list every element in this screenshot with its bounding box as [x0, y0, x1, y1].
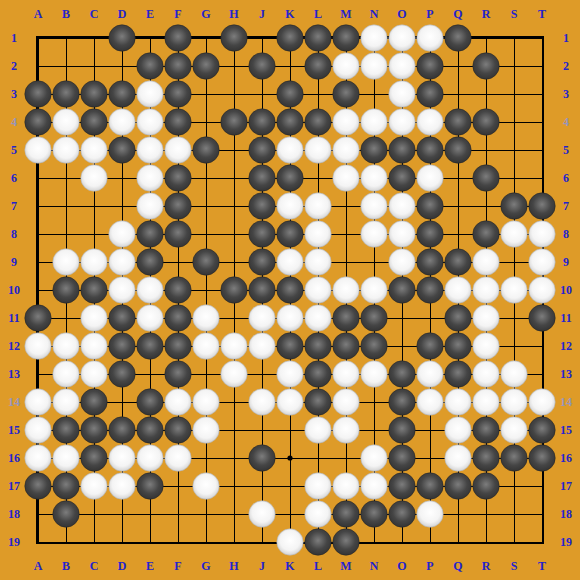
- stone-white-M15[interactable]: [333, 417, 359, 443]
- stone-white-E6[interactable]: [137, 165, 163, 191]
- stone-black-J10[interactable]: [249, 277, 275, 303]
- stone-white-M10[interactable]: [333, 277, 359, 303]
- stone-white-J14[interactable]: [249, 389, 275, 415]
- stone-black-G2[interactable]: [193, 53, 219, 79]
- column-label-bottom-T: T: [538, 559, 546, 573]
- stone-black-N11[interactable]: [361, 305, 387, 331]
- stone-white-P13[interactable]: [417, 361, 443, 387]
- stone-black-E8[interactable]: [137, 221, 163, 247]
- stone-black-F7[interactable]: [165, 193, 191, 219]
- stone-black-F12[interactable]: [165, 333, 191, 359]
- stone-white-P1[interactable]: [417, 25, 443, 51]
- stone-white-N2[interactable]: [361, 53, 387, 79]
- stone-white-L17[interactable]: [305, 473, 331, 499]
- stone-white-J18[interactable]: [249, 501, 275, 527]
- column-label-top-K: K: [285, 7, 295, 21]
- column-label-bottom-S: S: [511, 559, 518, 573]
- column-label-bottom-G: G: [201, 559, 210, 573]
- stone-white-Q10[interactable]: [445, 277, 471, 303]
- stone-black-R15[interactable]: [473, 417, 499, 443]
- column-label-top-D: D: [118, 7, 127, 21]
- stone-white-N10[interactable]: [361, 277, 387, 303]
- stone-black-N18[interactable]: [361, 501, 387, 527]
- stone-white-L15[interactable]: [305, 417, 331, 443]
- stone-black-O6[interactable]: [389, 165, 415, 191]
- stone-white-B9[interactable]: [53, 249, 79, 275]
- stone-black-K10[interactable]: [277, 277, 303, 303]
- stone-black-D13[interactable]: [109, 361, 135, 387]
- stone-white-M5[interactable]: [333, 137, 359, 163]
- stone-black-H4[interactable]: [221, 109, 247, 135]
- stone-white-O7[interactable]: [389, 193, 415, 219]
- stone-black-B3[interactable]: [53, 81, 79, 107]
- stone-white-F14[interactable]: [165, 389, 191, 415]
- stone-black-J9[interactable]: [249, 249, 275, 275]
- stone-black-O10[interactable]: [389, 277, 415, 303]
- stone-black-L13[interactable]: [305, 361, 331, 387]
- stone-black-Q1[interactable]: [445, 25, 471, 51]
- stone-white-A15[interactable]: [25, 417, 51, 443]
- stone-black-R17[interactable]: [473, 473, 499, 499]
- row-label-left-1: 1: [11, 31, 17, 45]
- stone-white-S15[interactable]: [501, 417, 527, 443]
- stone-black-L1[interactable]: [305, 25, 331, 51]
- column-label-bottom-B: B: [62, 559, 70, 573]
- stone-black-Q17[interactable]: [445, 473, 471, 499]
- stone-black-E2[interactable]: [137, 53, 163, 79]
- stone-white-G11[interactable]: [193, 305, 219, 331]
- stone-white-J12[interactable]: [249, 333, 275, 359]
- stone-black-T7[interactable]: [529, 193, 555, 219]
- stone-black-F4[interactable]: [165, 109, 191, 135]
- stone-white-F5[interactable]: [165, 137, 191, 163]
- row-label-right-3: 3: [563, 87, 569, 101]
- row-label-right-6: 6: [563, 171, 569, 185]
- column-label-top-H: H: [229, 7, 239, 21]
- stone-white-P4[interactable]: [417, 109, 443, 135]
- stone-black-P10[interactable]: [417, 277, 443, 303]
- row-label-left-8: 8: [11, 227, 17, 241]
- stone-white-E7[interactable]: [137, 193, 163, 219]
- stone-white-C9[interactable]: [81, 249, 107, 275]
- stone-white-D9[interactable]: [109, 249, 135, 275]
- stone-black-P17[interactable]: [417, 473, 443, 499]
- column-label-top-P: P: [426, 7, 433, 21]
- stone-white-E10[interactable]: [137, 277, 163, 303]
- column-label-bottom-P: P: [426, 559, 433, 573]
- stone-black-E12[interactable]: [137, 333, 163, 359]
- row-label-left-13: 13: [8, 367, 20, 381]
- stone-white-K5[interactable]: [277, 137, 303, 163]
- column-label-bottom-E: E: [146, 559, 154, 573]
- stone-white-R11[interactable]: [473, 305, 499, 331]
- stone-black-C14[interactable]: [81, 389, 107, 415]
- stone-white-D10[interactable]: [109, 277, 135, 303]
- stone-black-J2[interactable]: [249, 53, 275, 79]
- row-label-left-10: 10: [8, 283, 20, 297]
- stone-white-K11[interactable]: [277, 305, 303, 331]
- row-label-left-5: 5: [11, 143, 17, 157]
- stone-white-K9[interactable]: [277, 249, 303, 275]
- stone-black-F13[interactable]: [165, 361, 191, 387]
- stone-black-J6[interactable]: [249, 165, 275, 191]
- stone-white-G17[interactable]: [193, 473, 219, 499]
- stone-black-P9[interactable]: [417, 249, 443, 275]
- stone-white-B12[interactable]: [53, 333, 79, 359]
- stone-white-G15[interactable]: [193, 417, 219, 443]
- stone-black-Q5[interactable]: [445, 137, 471, 163]
- stone-white-G12[interactable]: [193, 333, 219, 359]
- stone-black-A3[interactable]: [25, 81, 51, 107]
- stone-black-Q4[interactable]: [445, 109, 471, 135]
- column-label-top-E: E: [146, 7, 154, 21]
- stone-black-R8[interactable]: [473, 221, 499, 247]
- stone-black-L2[interactable]: [305, 53, 331, 79]
- stone-white-Q15[interactable]: [445, 417, 471, 443]
- stone-white-Q14[interactable]: [445, 389, 471, 415]
- stone-white-B5[interactable]: [53, 137, 79, 163]
- column-label-top-S: S: [511, 7, 518, 21]
- stone-white-N13[interactable]: [361, 361, 387, 387]
- stone-white-E16[interactable]: [137, 445, 163, 471]
- stone-white-L11[interactable]: [305, 305, 331, 331]
- column-label-top-M: M: [340, 7, 351, 21]
- column-label-top-B: B: [62, 7, 70, 21]
- stone-black-C15[interactable]: [81, 417, 107, 443]
- column-label-bottom-N: N: [370, 559, 379, 573]
- stone-black-L19[interactable]: [305, 529, 331, 555]
- stone-white-N4[interactable]: [361, 109, 387, 135]
- stone-white-T14[interactable]: [529, 389, 555, 415]
- column-label-top-A: A: [34, 7, 43, 21]
- stone-black-G9[interactable]: [193, 249, 219, 275]
- stone-black-B18[interactable]: [53, 501, 79, 527]
- stone-white-G14[interactable]: [193, 389, 219, 415]
- stone-white-O1[interactable]: [389, 25, 415, 51]
- column-label-bottom-R: R: [482, 559, 491, 573]
- stone-black-Q11[interactable]: [445, 305, 471, 331]
- stone-black-R4[interactable]: [473, 109, 499, 135]
- column-label-top-J: J: [259, 7, 265, 21]
- stone-white-C12[interactable]: [81, 333, 107, 359]
- stone-black-L12[interactable]: [305, 333, 331, 359]
- stone-black-K8[interactable]: [277, 221, 303, 247]
- row-label-right-10: 10: [560, 283, 572, 297]
- stone-white-L18[interactable]: [305, 501, 331, 527]
- stone-white-R14[interactable]: [473, 389, 499, 415]
- stone-white-K13[interactable]: [277, 361, 303, 387]
- stone-black-R2[interactable]: [473, 53, 499, 79]
- stone-white-L7[interactable]: [305, 193, 331, 219]
- stone-black-A17[interactable]: [25, 473, 51, 499]
- stone-black-O14[interactable]: [389, 389, 415, 415]
- stone-white-Q16[interactable]: [445, 445, 471, 471]
- stone-black-K1[interactable]: [277, 25, 303, 51]
- stone-black-P3[interactable]: [417, 81, 443, 107]
- column-label-top-N: N: [370, 7, 379, 21]
- stone-black-L14[interactable]: [305, 389, 331, 415]
- stone-white-L9[interactable]: [305, 249, 331, 275]
- stone-black-R16[interactable]: [473, 445, 499, 471]
- stone-white-D8[interactable]: [109, 221, 135, 247]
- stone-black-S16[interactable]: [501, 445, 527, 471]
- stone-black-N5[interactable]: [361, 137, 387, 163]
- stone-white-P14[interactable]: [417, 389, 443, 415]
- column-label-top-C: C: [90, 7, 99, 21]
- stone-white-C17[interactable]: [81, 473, 107, 499]
- stone-white-N1[interactable]: [361, 25, 387, 51]
- stone-black-S7[interactable]: [501, 193, 527, 219]
- stone-white-T9[interactable]: [529, 249, 555, 275]
- stone-white-D4[interactable]: [109, 109, 135, 135]
- stone-white-H12[interactable]: [221, 333, 247, 359]
- stone-white-K19[interactable]: [277, 529, 303, 555]
- row-label-left-15: 15: [8, 423, 20, 437]
- stone-black-F1[interactable]: [165, 25, 191, 51]
- stone-white-A5[interactable]: [25, 137, 51, 163]
- stone-black-C10[interactable]: [81, 277, 107, 303]
- row-label-left-16: 16: [8, 451, 20, 465]
- stone-black-O17[interactable]: [389, 473, 415, 499]
- row-label-left-18: 18: [8, 507, 20, 521]
- row-label-left-12: 12: [8, 339, 20, 353]
- stone-white-A16[interactable]: [25, 445, 51, 471]
- stone-white-O9[interactable]: [389, 249, 415, 275]
- row-label-right-12: 12: [560, 339, 572, 353]
- stone-black-D3[interactable]: [109, 81, 135, 107]
- stone-white-O8[interactable]: [389, 221, 415, 247]
- row-label-left-11: 11: [8, 311, 19, 325]
- stone-black-J8[interactable]: [249, 221, 275, 247]
- stone-white-S8[interactable]: [501, 221, 527, 247]
- stone-black-F11[interactable]: [165, 305, 191, 331]
- stone-black-F8[interactable]: [165, 221, 191, 247]
- stone-black-L4[interactable]: [305, 109, 331, 135]
- stone-black-M19[interactable]: [333, 529, 359, 555]
- stone-black-K6[interactable]: [277, 165, 303, 191]
- row-label-right-19: 19: [560, 535, 572, 549]
- stone-black-P5[interactable]: [417, 137, 443, 163]
- stone-white-R12[interactable]: [473, 333, 499, 359]
- stone-white-A14[interactable]: [25, 389, 51, 415]
- stone-black-K4[interactable]: [277, 109, 303, 135]
- row-label-left-3: 3: [11, 87, 17, 101]
- stone-white-C6[interactable]: [81, 165, 107, 191]
- stone-white-O2[interactable]: [389, 53, 415, 79]
- stone-black-B10[interactable]: [53, 277, 79, 303]
- stone-white-E11[interactable]: [137, 305, 163, 331]
- stone-white-M6[interactable]: [333, 165, 359, 191]
- stone-white-R9[interactable]: [473, 249, 499, 275]
- stone-black-E15[interactable]: [137, 417, 163, 443]
- stone-black-K3[interactable]: [277, 81, 303, 107]
- column-label-bottom-F: F: [174, 559, 181, 573]
- stone-white-B16[interactable]: [53, 445, 79, 471]
- stone-black-B15[interactable]: [53, 417, 79, 443]
- row-label-right-2: 2: [563, 59, 569, 73]
- stone-white-L8[interactable]: [305, 221, 331, 247]
- row-label-left-19: 19: [8, 535, 20, 549]
- stone-white-M13[interactable]: [333, 361, 359, 387]
- stone-white-O3[interactable]: [389, 81, 415, 107]
- stone-white-B4[interactable]: [53, 109, 79, 135]
- stone-white-E4[interactable]: [137, 109, 163, 135]
- stone-white-L5[interactable]: [305, 137, 331, 163]
- stone-black-N12[interactable]: [361, 333, 387, 359]
- stone-white-E3[interactable]: [137, 81, 163, 107]
- stone-black-T15[interactable]: [529, 417, 555, 443]
- stone-black-P12[interactable]: [417, 333, 443, 359]
- stone-white-S10[interactable]: [501, 277, 527, 303]
- stone-black-F3[interactable]: [165, 81, 191, 107]
- stone-black-K12[interactable]: [277, 333, 303, 359]
- column-label-bottom-C: C: [90, 559, 99, 573]
- stone-black-J7[interactable]: [249, 193, 275, 219]
- stone-white-N7[interactable]: [361, 193, 387, 219]
- stone-black-J16[interactable]: [249, 445, 275, 471]
- stone-black-O5[interactable]: [389, 137, 415, 163]
- stone-white-J11[interactable]: [249, 305, 275, 331]
- stone-white-T8[interactable]: [529, 221, 555, 247]
- column-label-top-T: T: [538, 7, 546, 21]
- stone-white-C11[interactable]: [81, 305, 107, 331]
- stone-black-M1[interactable]: [333, 25, 359, 51]
- stone-white-S14[interactable]: [501, 389, 527, 415]
- stone-white-P6[interactable]: [417, 165, 443, 191]
- stone-black-A4[interactable]: [25, 109, 51, 135]
- go-board[interactable]: AABBCCDDEEFFGGHHJJKKLLMMNNOOPPQQRRSSTT11…: [0, 0, 580, 580]
- stone-white-M17[interactable]: [333, 473, 359, 499]
- stone-black-E9[interactable]: [137, 249, 163, 275]
- row-label-right-15: 15: [560, 423, 572, 437]
- row-label-right-17: 17: [560, 479, 572, 493]
- stone-white-K14[interactable]: [277, 389, 303, 415]
- stone-white-N6[interactable]: [361, 165, 387, 191]
- stone-white-N16[interactable]: [361, 445, 387, 471]
- stone-white-O4[interactable]: [389, 109, 415, 135]
- column-label-bottom-H: H: [229, 559, 239, 573]
- stone-white-R13[interactable]: [473, 361, 499, 387]
- stone-black-C16[interactable]: [81, 445, 107, 471]
- stone-white-M2[interactable]: [333, 53, 359, 79]
- row-label-right-8: 8: [563, 227, 569, 241]
- stone-white-E5[interactable]: [137, 137, 163, 163]
- stone-black-O15[interactable]: [389, 417, 415, 443]
- go-board-panel: AABBCCDDEEFFGGHHJJKKLLMMNNOOPPQQRRSSTT11…: [0, 0, 580, 580]
- stone-white-L10[interactable]: [305, 277, 331, 303]
- stone-black-A11[interactable]: [25, 305, 51, 331]
- stone-black-J5[interactable]: [249, 137, 275, 163]
- stone-white-N17[interactable]: [361, 473, 387, 499]
- stone-black-E17[interactable]: [137, 473, 163, 499]
- stone-white-C5[interactable]: [81, 137, 107, 163]
- row-label-right-7: 7: [563, 199, 569, 213]
- column-label-bottom-Q: Q: [453, 559, 462, 573]
- stone-white-P18[interactable]: [417, 501, 443, 527]
- stone-black-D15[interactable]: [109, 417, 135, 443]
- row-label-right-4: 4: [563, 115, 569, 129]
- stone-black-F15[interactable]: [165, 417, 191, 443]
- stone-black-P8[interactable]: [417, 221, 443, 247]
- row-label-right-18: 18: [560, 507, 572, 521]
- stone-white-F16[interactable]: [165, 445, 191, 471]
- stone-black-F2[interactable]: [165, 53, 191, 79]
- stone-black-M12[interactable]: [333, 333, 359, 359]
- stone-white-D17[interactable]: [109, 473, 135, 499]
- stone-black-Q9[interactable]: [445, 249, 471, 275]
- row-label-left-6: 6: [11, 171, 17, 185]
- row-label-right-14: 14: [560, 395, 572, 409]
- stone-black-D5[interactable]: [109, 137, 135, 163]
- stone-black-T16[interactable]: [529, 445, 555, 471]
- stone-black-M11[interactable]: [333, 305, 359, 331]
- column-label-bottom-A: A: [34, 559, 43, 573]
- stone-black-P7[interactable]: [417, 193, 443, 219]
- stone-black-D11[interactable]: [109, 305, 135, 331]
- stone-black-E14[interactable]: [137, 389, 163, 415]
- stone-black-M18[interactable]: [333, 501, 359, 527]
- stone-white-K7[interactable]: [277, 193, 303, 219]
- row-label-right-1: 1: [563, 31, 569, 45]
- stone-black-C3[interactable]: [81, 81, 107, 107]
- stone-white-R10[interactable]: [473, 277, 499, 303]
- column-label-top-L: L: [314, 7, 322, 21]
- stone-white-S13[interactable]: [501, 361, 527, 387]
- stone-black-P2[interactable]: [417, 53, 443, 79]
- stone-black-O13[interactable]: [389, 361, 415, 387]
- stone-black-H10[interactable]: [221, 277, 247, 303]
- stone-white-M14[interactable]: [333, 389, 359, 415]
- row-label-left-2: 2: [11, 59, 17, 73]
- stone-black-F6[interactable]: [165, 165, 191, 191]
- row-label-right-5: 5: [563, 143, 569, 157]
- star-point-K16: [287, 455, 292, 460]
- stone-black-Q12[interactable]: [445, 333, 471, 359]
- stone-white-N8[interactable]: [361, 221, 387, 247]
- stone-white-D16[interactable]: [109, 445, 135, 471]
- stone-white-C13[interactable]: [81, 361, 107, 387]
- stone-black-G5[interactable]: [193, 137, 219, 163]
- row-label-left-9: 9: [11, 255, 17, 269]
- stone-black-B17[interactable]: [53, 473, 79, 499]
- stone-black-T11[interactable]: [529, 305, 555, 331]
- stone-white-B14[interactable]: [53, 389, 79, 415]
- stone-black-R6[interactable]: [473, 165, 499, 191]
- stone-white-H13[interactable]: [221, 361, 247, 387]
- stone-black-D12[interactable]: [109, 333, 135, 359]
- column-label-top-F: F: [174, 7, 181, 21]
- row-label-right-13: 13: [560, 367, 572, 381]
- stone-black-J4[interactable]: [249, 109, 275, 135]
- stone-white-A12[interactable]: [25, 333, 51, 359]
- stone-black-M3[interactable]: [333, 81, 359, 107]
- row-label-right-11: 11: [560, 311, 571, 325]
- stone-white-B13[interactable]: [53, 361, 79, 387]
- stone-black-H1[interactable]: [221, 25, 247, 51]
- stone-black-D1[interactable]: [109, 25, 135, 51]
- stone-black-C4[interactable]: [81, 109, 107, 135]
- column-label-top-Q: Q: [453, 7, 462, 21]
- stone-black-O18[interactable]: [389, 501, 415, 527]
- stone-black-Q13[interactable]: [445, 361, 471, 387]
- stone-white-M4[interactable]: [333, 109, 359, 135]
- column-label-bottom-M: M: [340, 559, 351, 573]
- stone-black-F10[interactable]: [165, 277, 191, 303]
- row-label-left-14: 14: [8, 395, 20, 409]
- stone-black-O16[interactable]: [389, 445, 415, 471]
- column-label-top-R: R: [482, 7, 491, 21]
- stone-white-T10[interactable]: [529, 277, 555, 303]
